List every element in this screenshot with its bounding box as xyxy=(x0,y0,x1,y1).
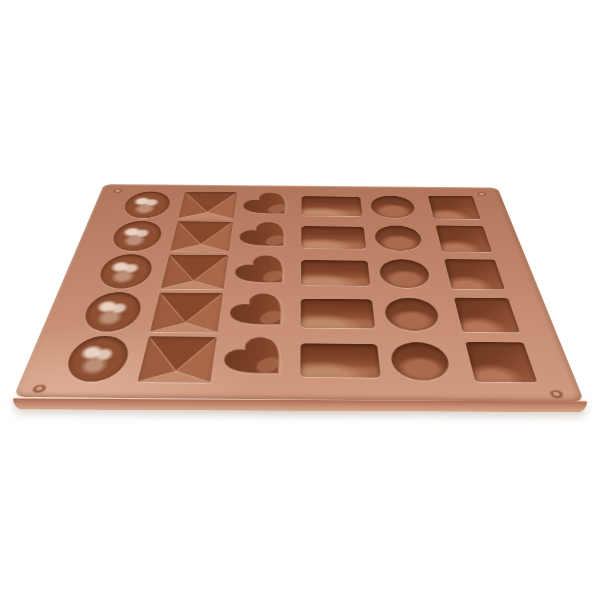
cavity-circle xyxy=(370,196,417,219)
cavity-square xyxy=(454,297,520,332)
cavity-cell-r1-pyramid-square xyxy=(174,191,241,221)
corner-hole-bottom-left xyxy=(31,385,49,394)
cavity-circle xyxy=(389,342,452,381)
cavity-cell-r4-heart xyxy=(222,291,300,335)
cavity-rectangle xyxy=(301,196,362,216)
cavity-cell-r3-heart xyxy=(228,254,300,292)
cavity-dome xyxy=(108,221,165,252)
cavity-cell-r4-circle xyxy=(372,293,454,337)
cavity-pyramid-square xyxy=(138,337,217,383)
cavity-cell-r1-dome xyxy=(111,190,182,220)
corner-hole-bottom-right xyxy=(548,390,566,399)
cavity-cell-r2-pyramid-square xyxy=(166,220,238,254)
cavity-cell-r1-square xyxy=(420,193,490,223)
cavity-cell-r2-heart xyxy=(233,220,301,254)
cavity-dome xyxy=(79,292,146,332)
cavity-rectangle xyxy=(301,260,370,286)
cavity-pyramid-square xyxy=(179,192,238,219)
cavity-cell-r4-dome xyxy=(67,290,156,334)
cavity-square xyxy=(428,196,480,220)
cavity-circle xyxy=(374,225,424,251)
cavity-cell-r5-heart xyxy=(215,335,299,386)
cavity-dome xyxy=(120,191,173,218)
mold-tilt-wrapper xyxy=(65,91,534,455)
cavity-square xyxy=(444,259,505,290)
cavity-cell-r1-rectangle xyxy=(300,192,363,222)
cavity-pyramid-square xyxy=(150,293,223,333)
cavity-cell-r2-circle xyxy=(364,222,435,256)
cavity-rectangle xyxy=(301,299,375,328)
cavity-rectangle xyxy=(300,344,380,378)
cavity-square xyxy=(436,225,492,252)
cavity-circle xyxy=(378,259,432,288)
cavity-cell-r2-rectangle xyxy=(300,221,367,255)
cavity-cell-r3-dome xyxy=(84,252,166,290)
cavity-cell-r5-rectangle xyxy=(299,335,383,386)
product-photo xyxy=(0,0,600,600)
cavity-cell-r4-rectangle xyxy=(299,292,376,336)
cavity-cell-r5-circle xyxy=(377,336,467,387)
cavity-dome xyxy=(60,335,133,382)
cavity-pyramid-square xyxy=(161,255,228,289)
cavity-cell-r5-dome xyxy=(48,333,145,384)
cavity-circle xyxy=(383,298,441,332)
cavity-cell-r3-rectangle xyxy=(300,254,372,292)
cavity-cell-r1-heart xyxy=(237,191,300,221)
cavity-cell-r2-dome xyxy=(98,219,174,253)
cavity-rectangle xyxy=(301,226,366,248)
cavity-pyramid-square xyxy=(170,221,233,251)
cavity-square xyxy=(466,342,538,383)
cavity-cell-r5-square xyxy=(454,337,550,388)
cavity-heart xyxy=(214,331,305,391)
cavity-cell-r3-pyramid-square xyxy=(156,253,233,291)
cavity-dome xyxy=(94,254,155,289)
cavity-grid xyxy=(48,190,550,388)
cavity-cell-r1-circle xyxy=(360,192,427,222)
cavity-cell-r4-square xyxy=(444,293,532,337)
cavity-cell-r5-pyramid-square xyxy=(132,334,222,385)
cavity-cell-r3-circle xyxy=(367,255,443,293)
cavity-cell-r2-square xyxy=(427,222,502,256)
cavity-cell-r3-square xyxy=(435,255,516,294)
cavity-cell-r4-pyramid-square xyxy=(145,291,228,335)
mold-top-surface xyxy=(13,184,584,402)
